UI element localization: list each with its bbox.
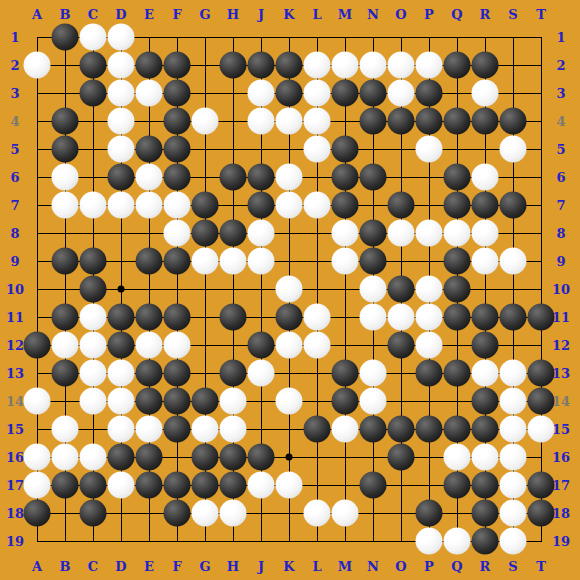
black-stone-F11 [164, 304, 191, 331]
white-stone-S18 [500, 500, 527, 527]
grid-line-col-M [345, 37, 346, 542]
black-stone-P3 [416, 80, 443, 107]
white-stone-F12 [164, 332, 191, 359]
white-stone-N14 [360, 388, 387, 415]
black-stone-D11 [108, 304, 135, 331]
white-stone-S9 [500, 248, 527, 275]
white-stone-R9 [472, 248, 499, 275]
black-stone-K2 [276, 52, 303, 79]
black-stone-J2 [248, 52, 275, 79]
black-stone-D12 [108, 332, 135, 359]
white-stone-L3 [304, 80, 331, 107]
white-stone-S16 [500, 444, 527, 471]
white-stone-Q8 [444, 220, 471, 247]
col-label-top-K: K [283, 7, 294, 22]
black-stone-R12 [472, 332, 499, 359]
col-label-bottom-Q: Q [451, 559, 462, 574]
col-label-top-R: R [480, 7, 491, 22]
black-stone-F18 [164, 500, 191, 527]
white-stone-B16 [52, 444, 79, 471]
col-label-top-M: M [338, 7, 352, 22]
col-label-top-L: L [312, 7, 321, 22]
black-stone-T17 [528, 472, 555, 499]
white-stone-B12 [52, 332, 79, 359]
white-stone-L4 [304, 108, 331, 135]
white-stone-J13 [248, 360, 275, 387]
white-stone-C11 [80, 304, 107, 331]
white-stone-D2 [108, 52, 135, 79]
black-stone-C17 [80, 472, 107, 499]
black-stone-H16 [220, 444, 247, 471]
col-label-bottom-O: O [395, 559, 406, 574]
white-stone-M9 [332, 248, 359, 275]
white-stone-P12 [416, 332, 443, 359]
white-stone-P11 [416, 304, 443, 331]
white-stone-B15 [52, 416, 79, 443]
black-stone-J12 [248, 332, 275, 359]
white-stone-A2 [24, 52, 51, 79]
white-stone-Q16 [444, 444, 471, 471]
row-label-left-3: 3 [10, 86, 19, 101]
white-stone-O3 [388, 80, 415, 107]
white-stone-G4 [192, 108, 219, 135]
white-stone-N2 [360, 52, 387, 79]
row-label-right-1: 1 [556, 30, 565, 45]
row-label-right-12: 12 [552, 338, 570, 353]
row-label-left-1: 1 [10, 30, 19, 45]
black-stone-J16 [248, 444, 275, 471]
row-label-right-11: 11 [552, 310, 570, 325]
white-stone-D3 [108, 80, 135, 107]
row-label-left-7: 7 [10, 198, 19, 213]
white-stone-M18 [332, 500, 359, 527]
col-label-bottom-S: S [508, 559, 517, 574]
go-board[interactable]: AABBCCDDEEFFGGHHJJKKLLMMNNOOPPQQRRSSTT11… [0, 0, 580, 580]
row-label-right-7: 7 [556, 198, 565, 213]
black-stone-D16 [108, 444, 135, 471]
row-label-left-15: 15 [6, 422, 24, 437]
black-stone-F5 [164, 136, 191, 163]
black-stone-G8 [192, 220, 219, 247]
black-stone-Q2 [444, 52, 471, 79]
black-stone-D6 [108, 164, 135, 191]
black-stone-P4 [416, 108, 443, 135]
row-label-right-17: 17 [552, 478, 570, 493]
black-stone-R18 [472, 500, 499, 527]
black-stone-Q4 [444, 108, 471, 135]
white-stone-T15 [528, 416, 555, 443]
black-stone-A18 [24, 500, 51, 527]
col-label-top-D: D [115, 7, 126, 22]
white-stone-M15 [332, 416, 359, 443]
black-stone-R11 [472, 304, 499, 331]
black-stone-C2 [80, 52, 107, 79]
col-label-bottom-P: P [424, 559, 434, 574]
white-stone-G15 [192, 416, 219, 443]
white-stone-J17 [248, 472, 275, 499]
white-stone-D17 [108, 472, 135, 499]
white-stone-L12 [304, 332, 331, 359]
black-stone-E11 [136, 304, 163, 331]
row-label-right-19: 19 [552, 534, 570, 549]
black-stone-H17 [220, 472, 247, 499]
white-stone-L11 [304, 304, 331, 331]
col-label-bottom-F: F [172, 559, 181, 574]
white-stone-D1 [108, 24, 135, 51]
black-stone-R19 [472, 528, 499, 555]
black-stone-L15 [304, 416, 331, 443]
row-label-right-9: 9 [556, 254, 565, 269]
col-label-top-A: A [32, 7, 42, 22]
white-stone-D13 [108, 360, 135, 387]
black-stone-M6 [332, 164, 359, 191]
white-stone-P19 [416, 528, 443, 555]
black-stone-K3 [276, 80, 303, 107]
black-stone-E17 [136, 472, 163, 499]
white-stone-K17 [276, 472, 303, 499]
white-stone-A17 [24, 472, 51, 499]
row-label-left-16: 16 [6, 450, 24, 465]
white-stone-P10 [416, 276, 443, 303]
white-stone-B7 [52, 192, 79, 219]
white-stone-S13 [500, 360, 527, 387]
row-label-left-5: 5 [10, 142, 19, 157]
white-stone-J8 [248, 220, 275, 247]
row-label-left-14: 14 [6, 394, 24, 409]
white-stone-R3 [472, 80, 499, 107]
black-stone-G17 [192, 472, 219, 499]
col-label-top-G: G [199, 7, 210, 22]
white-stone-S17 [500, 472, 527, 499]
white-stone-H15 [220, 416, 247, 443]
black-stone-Q6 [444, 164, 471, 191]
black-stone-G14 [192, 388, 219, 415]
white-stone-K4 [276, 108, 303, 135]
black-stone-F15 [164, 416, 191, 443]
white-stone-L7 [304, 192, 331, 219]
black-stone-F3 [164, 80, 191, 107]
black-stone-M5 [332, 136, 359, 163]
row-label-left-10: 10 [6, 282, 24, 297]
white-stone-G9 [192, 248, 219, 275]
black-stone-B11 [52, 304, 79, 331]
black-stone-S4 [500, 108, 527, 135]
col-label-bottom-G: G [199, 559, 210, 574]
white-stone-J9 [248, 248, 275, 275]
white-stone-E15 [136, 416, 163, 443]
black-stone-O10 [388, 276, 415, 303]
black-stone-N9 [360, 248, 387, 275]
black-stone-E13 [136, 360, 163, 387]
col-label-top-H: H [227, 7, 239, 22]
black-stone-M13 [332, 360, 359, 387]
black-stone-R15 [472, 416, 499, 443]
white-stone-K12 [276, 332, 303, 359]
white-stone-C12 [80, 332, 107, 359]
white-stone-A16 [24, 444, 51, 471]
star-point-K16 [286, 454, 293, 461]
black-stone-C18 [80, 500, 107, 527]
black-stone-S11 [500, 304, 527, 331]
white-stone-E12 [136, 332, 163, 359]
black-stone-Q10 [444, 276, 471, 303]
black-stone-F13 [164, 360, 191, 387]
col-label-top-B: B [60, 7, 71, 22]
black-stone-Q15 [444, 416, 471, 443]
black-stone-H8 [220, 220, 247, 247]
white-stone-R6 [472, 164, 499, 191]
black-stone-F17 [164, 472, 191, 499]
col-label-bottom-H: H [227, 559, 239, 574]
black-stone-F9 [164, 248, 191, 275]
white-stone-K7 [276, 192, 303, 219]
black-stone-C10 [80, 276, 107, 303]
black-stone-C3 [80, 80, 107, 107]
row-label-right-4: 4 [556, 114, 565, 129]
row-label-left-8: 8 [10, 226, 19, 241]
black-stone-N17 [360, 472, 387, 499]
black-stone-R7 [472, 192, 499, 219]
black-stone-B5 [52, 136, 79, 163]
black-stone-H6 [220, 164, 247, 191]
col-label-bottom-B: B [60, 559, 71, 574]
white-stone-M8 [332, 220, 359, 247]
black-stone-T18 [528, 500, 555, 527]
row-label-left-17: 17 [6, 478, 24, 493]
row-label-right-2: 2 [556, 58, 565, 73]
black-stone-E5 [136, 136, 163, 163]
black-stone-E16 [136, 444, 163, 471]
black-stone-Q17 [444, 472, 471, 499]
col-label-top-O: O [395, 7, 406, 22]
white-stone-H14 [220, 388, 247, 415]
black-stone-N4 [360, 108, 387, 135]
black-stone-G7 [192, 192, 219, 219]
black-stone-Q9 [444, 248, 471, 275]
black-stone-B13 [52, 360, 79, 387]
star-point-D10 [118, 286, 125, 293]
col-label-bottom-K: K [283, 559, 294, 574]
black-stone-P15 [416, 416, 443, 443]
black-stone-P13 [416, 360, 443, 387]
black-stone-N3 [360, 80, 387, 107]
white-stone-E3 [136, 80, 163, 107]
white-stone-C16 [80, 444, 107, 471]
row-label-left-4: 4 [10, 114, 19, 129]
white-stone-K10 [276, 276, 303, 303]
row-label-right-14: 14 [552, 394, 570, 409]
black-stone-Q13 [444, 360, 471, 387]
white-stone-M2 [332, 52, 359, 79]
white-stone-C14 [80, 388, 107, 415]
row-label-left-19: 19 [6, 534, 24, 549]
black-stone-N15 [360, 416, 387, 443]
black-stone-B1 [52, 24, 79, 51]
white-stone-H9 [220, 248, 247, 275]
row-label-left-6: 6 [10, 170, 19, 185]
white-stone-R13 [472, 360, 499, 387]
row-label-right-13: 13 [552, 366, 570, 381]
col-label-bottom-N: N [367, 559, 379, 574]
white-stone-L5 [304, 136, 331, 163]
white-stone-D5 [108, 136, 135, 163]
col-label-bottom-T: T [536, 559, 546, 574]
row-label-right-6: 6 [556, 170, 565, 185]
black-stone-H11 [220, 304, 247, 331]
row-label-right-15: 15 [552, 422, 570, 437]
row-label-right-3: 3 [556, 86, 565, 101]
black-stone-F6 [164, 164, 191, 191]
black-stone-T14 [528, 388, 555, 415]
black-stone-O4 [388, 108, 415, 135]
col-label-top-N: N [367, 7, 379, 22]
white-stone-D14 [108, 388, 135, 415]
black-stone-F4 [164, 108, 191, 135]
white-stone-A14 [24, 388, 51, 415]
black-stone-B9 [52, 248, 79, 275]
black-stone-R17 [472, 472, 499, 499]
col-label-top-P: P [424, 7, 434, 22]
col-label-top-J: J [258, 7, 264, 22]
white-stone-E6 [136, 164, 163, 191]
black-stone-B17 [52, 472, 79, 499]
row-label-left-9: 9 [10, 254, 19, 269]
col-label-bottom-C: C [88, 559, 98, 574]
white-stone-P8 [416, 220, 443, 247]
white-stone-B6 [52, 164, 79, 191]
black-stone-E14 [136, 388, 163, 415]
black-stone-O15 [388, 416, 415, 443]
black-stone-G16 [192, 444, 219, 471]
col-label-bottom-M: M [338, 559, 352, 574]
white-stone-K14 [276, 388, 303, 415]
black-stone-M3 [332, 80, 359, 107]
white-stone-N10 [360, 276, 387, 303]
col-label-bottom-E: E [144, 559, 154, 574]
black-stone-O12 [388, 332, 415, 359]
white-stone-G18 [192, 500, 219, 527]
black-stone-O7 [388, 192, 415, 219]
black-stone-H2 [220, 52, 247, 79]
white-stone-S14 [500, 388, 527, 415]
white-stone-D4 [108, 108, 135, 135]
black-stone-T13 [528, 360, 555, 387]
row-label-right-8: 8 [556, 226, 565, 241]
white-stone-C1 [80, 24, 107, 51]
white-stone-E7 [136, 192, 163, 219]
white-stone-O2 [388, 52, 415, 79]
black-stone-H13 [220, 360, 247, 387]
white-stone-H18 [220, 500, 247, 527]
white-stone-S5 [500, 136, 527, 163]
black-stone-E2 [136, 52, 163, 79]
white-stone-K6 [276, 164, 303, 191]
black-stone-B4 [52, 108, 79, 135]
black-stone-J6 [248, 164, 275, 191]
white-stone-D15 [108, 416, 135, 443]
white-stone-P2 [416, 52, 443, 79]
white-stone-S15 [500, 416, 527, 443]
white-stone-R8 [472, 220, 499, 247]
grid-line-row-18 [37, 513, 542, 514]
row-label-right-10: 10 [552, 282, 570, 297]
black-stone-R2 [472, 52, 499, 79]
black-stone-T11 [528, 304, 555, 331]
row-label-right-5: 5 [556, 142, 565, 157]
black-stone-N6 [360, 164, 387, 191]
col-label-top-F: F [172, 7, 181, 22]
row-label-left-18: 18 [6, 506, 24, 521]
white-stone-C13 [80, 360, 107, 387]
black-stone-M14 [332, 388, 359, 415]
col-label-bottom-R: R [480, 559, 491, 574]
black-stone-R4 [472, 108, 499, 135]
col-label-bottom-D: D [115, 559, 126, 574]
black-stone-O16 [388, 444, 415, 471]
white-stone-F7 [164, 192, 191, 219]
white-stone-O11 [388, 304, 415, 331]
white-stone-N11 [360, 304, 387, 331]
row-label-right-16: 16 [552, 450, 570, 465]
row-label-left-11: 11 [6, 310, 24, 325]
col-label-bottom-J: J [258, 559, 264, 574]
black-stone-F14 [164, 388, 191, 415]
black-stone-A12 [24, 332, 51, 359]
white-stone-J4 [248, 108, 275, 135]
black-stone-Q11 [444, 304, 471, 331]
white-stone-O8 [388, 220, 415, 247]
col-label-top-Q: Q [451, 7, 462, 22]
black-stone-F2 [164, 52, 191, 79]
white-stone-C7 [80, 192, 107, 219]
white-stone-R16 [472, 444, 499, 471]
black-stone-K11 [276, 304, 303, 331]
black-stone-N8 [360, 220, 387, 247]
col-label-bottom-A: A [32, 559, 42, 574]
white-stone-N13 [360, 360, 387, 387]
col-label-top-S: S [508, 7, 517, 22]
white-stone-Q19 [444, 528, 471, 555]
row-label-left-12: 12 [6, 338, 24, 353]
row-label-right-18: 18 [552, 506, 570, 521]
black-stone-M7 [332, 192, 359, 219]
white-stone-L18 [304, 500, 331, 527]
black-stone-C9 [80, 248, 107, 275]
black-stone-R14 [472, 388, 499, 415]
white-stone-F8 [164, 220, 191, 247]
black-stone-S7 [500, 192, 527, 219]
black-stone-E9 [136, 248, 163, 275]
col-label-top-E: E [144, 7, 154, 22]
white-stone-J3 [248, 80, 275, 107]
black-stone-Q7 [444, 192, 471, 219]
col-label-bottom-L: L [312, 559, 321, 574]
col-label-top-C: C [88, 7, 98, 22]
white-stone-L2 [304, 52, 331, 79]
row-label-left-2: 2 [10, 58, 19, 73]
white-stone-P5 [416, 136, 443, 163]
grid-line-col-T [541, 37, 542, 542]
white-stone-D7 [108, 192, 135, 219]
black-stone-J7 [248, 192, 275, 219]
row-label-left-13: 13 [6, 366, 24, 381]
col-label-top-T: T [536, 7, 546, 22]
white-stone-S19 [500, 528, 527, 555]
black-stone-P18 [416, 500, 443, 527]
